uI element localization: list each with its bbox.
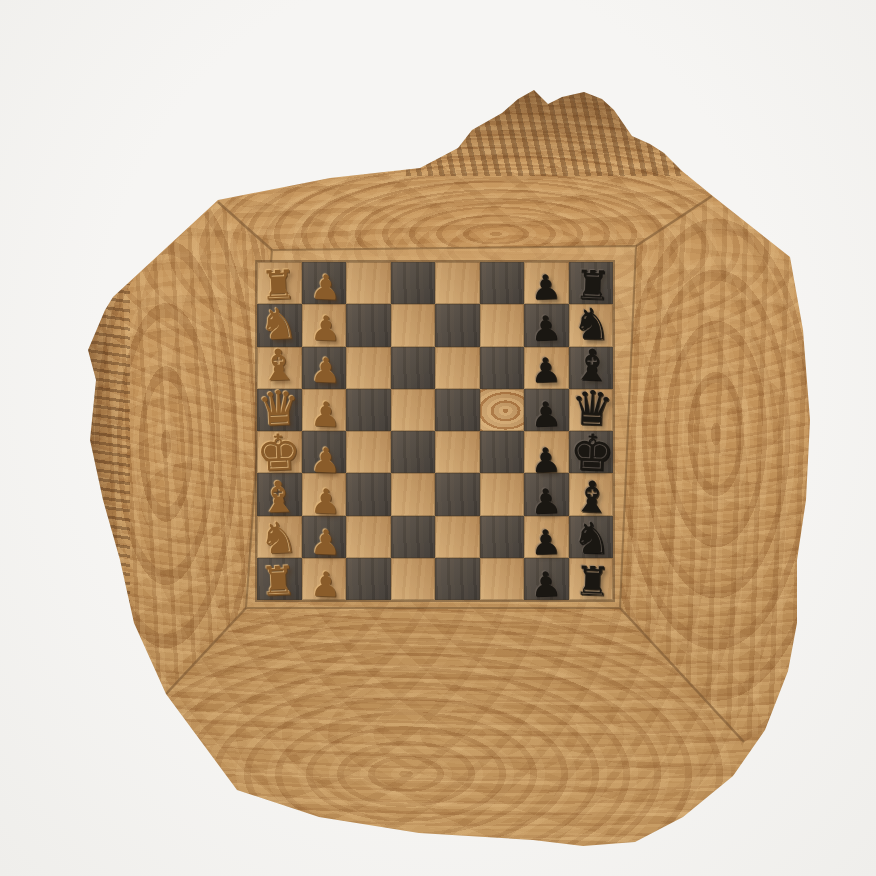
empty-square bbox=[435, 345, 479, 386]
empty-square bbox=[346, 262, 390, 303]
chess-piece-bR: ♜ bbox=[574, 563, 611, 601]
empty-square bbox=[435, 476, 479, 517]
square-bN: ♞ bbox=[568, 303, 613, 344]
square-bP: ♟ bbox=[524, 517, 568, 558]
empty-square bbox=[479, 262, 523, 303]
square-bP: ♟ bbox=[524, 303, 568, 344]
square-bP: ♟ bbox=[524, 262, 568, 303]
empty-square bbox=[346, 303, 390, 344]
chess-piece-wP: ♟ bbox=[310, 527, 342, 559]
square-wP: ♟ bbox=[302, 430, 346, 476]
empty-square bbox=[479, 517, 523, 558]
square-bR: ♜ bbox=[568, 559, 613, 600]
chess-piece-wK: ♚ bbox=[255, 429, 302, 477]
chess-piece-bP: ♟ bbox=[530, 485, 562, 518]
product-photo: ♜♟♟♜♞♟♟♞♝♟♟♝♛♟♟♛♚♟♟♚♝♟♟♝♞♟♟♞♜♟♟♜ bbox=[0, 0, 876, 876]
square-wP: ♟ bbox=[302, 303, 346, 344]
square-wP: ♟ bbox=[302, 517, 346, 558]
empty-square bbox=[479, 430, 523, 476]
chess-piece-wN: ♞ bbox=[259, 518, 299, 559]
chess-piece-bP: ♟ bbox=[530, 313, 562, 346]
empty-square bbox=[479, 476, 523, 517]
miter-seam-top-left bbox=[218, 202, 272, 250]
chess-piece-bP: ♟ bbox=[530, 271, 562, 304]
chess-piece-bP: ♟ bbox=[530, 444, 562, 477]
square-bP: ♟ bbox=[524, 559, 568, 600]
empty-square bbox=[435, 262, 479, 303]
square-wK: ♚ bbox=[257, 430, 302, 476]
empty-square bbox=[391, 386, 435, 430]
square-wB: ♝ bbox=[257, 476, 302, 517]
empty-square bbox=[346, 345, 390, 386]
empty-square bbox=[391, 430, 435, 476]
chess-piece-bK: ♚ bbox=[569, 429, 615, 477]
square-wP: ♟ bbox=[302, 476, 346, 517]
empty-square bbox=[479, 559, 523, 600]
chess-piece-wP: ♟ bbox=[310, 272, 342, 304]
square-wR: ♜ bbox=[257, 559, 302, 600]
empty-square bbox=[435, 517, 479, 558]
empty-square bbox=[435, 559, 479, 600]
square-wR: ♜ bbox=[257, 262, 302, 303]
empty-square bbox=[346, 476, 390, 517]
empty-square bbox=[346, 559, 390, 600]
square-bB: ♝ bbox=[568, 476, 613, 517]
chess-piece-wP: ♟ bbox=[310, 398, 342, 430]
chess-piece-bP: ♟ bbox=[530, 527, 562, 560]
empty-square bbox=[346, 430, 390, 476]
chess-piece-wP: ♟ bbox=[310, 313, 342, 345]
miter-seam-bottom-right bbox=[620, 608, 744, 742]
chess-piece-wP: ♟ bbox=[310, 444, 342, 476]
chess-piece-bP: ♟ bbox=[530, 354, 562, 387]
empty-square bbox=[391, 345, 435, 386]
pieces-layer: ♜♟♟♜♞♟♟♞♝♟♟♝♛♟♟♛♚♟♟♚♝♟♟♝♞♟♟♞♜♟♟♜ bbox=[257, 262, 613, 600]
chess-piece-bP: ♟ bbox=[530, 398, 562, 431]
empty-square bbox=[479, 386, 523, 430]
empty-square bbox=[346, 517, 390, 558]
empty-square bbox=[391, 517, 435, 558]
chess-piece-wP: ♟ bbox=[310, 486, 342, 518]
empty-square bbox=[391, 303, 435, 344]
miter-seam-bottom-left bbox=[166, 608, 246, 694]
chess-piece-bN: ♞ bbox=[572, 519, 612, 560]
square-wP: ♟ bbox=[302, 345, 346, 386]
chess-piece-wP: ♟ bbox=[310, 354, 342, 386]
chess-piece-wP: ♟ bbox=[310, 568, 342, 600]
empty-square bbox=[391, 476, 435, 517]
square-bN: ♞ bbox=[568, 517, 613, 558]
square-bP: ♟ bbox=[524, 386, 568, 430]
empty-square bbox=[391, 559, 435, 600]
olivewood-slab: ♜♟♟♜♞♟♟♞♝♟♟♝♛♟♟♛♚♟♟♚♝♟♟♝♞♟♟♞♜♟♟♜ bbox=[76, 84, 816, 856]
miter-seam-top-right bbox=[636, 196, 712, 246]
square-bR: ♜ bbox=[568, 262, 613, 303]
square-bP: ♟ bbox=[524, 345, 568, 386]
square-bP: ♟ bbox=[524, 430, 568, 476]
empty-square bbox=[479, 303, 523, 344]
empty-square bbox=[346, 386, 390, 430]
square-wP: ♟ bbox=[302, 386, 346, 430]
square-wN: ♞ bbox=[257, 517, 302, 558]
empty-square bbox=[391, 262, 435, 303]
square-wP: ♟ bbox=[302, 262, 346, 303]
square-wP: ♟ bbox=[302, 559, 346, 600]
empty-square bbox=[435, 386, 479, 430]
empty-square bbox=[435, 430, 479, 476]
chess-piece-wR: ♜ bbox=[260, 562, 297, 600]
empty-square bbox=[479, 345, 523, 386]
square-bP: ♟ bbox=[524, 476, 568, 517]
chess-piece-bP: ♟ bbox=[530, 568, 562, 601]
empty-square bbox=[435, 303, 479, 344]
square-bK: ♚ bbox=[568, 430, 613, 476]
